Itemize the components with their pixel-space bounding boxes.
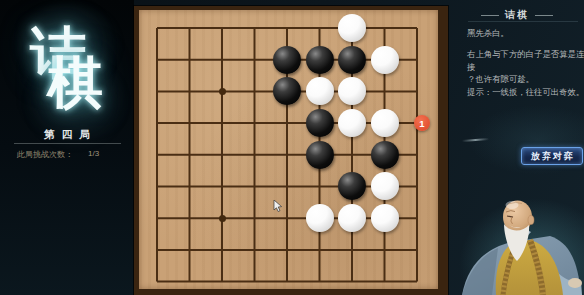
intersection-8-6[interactable] xyxy=(368,171,401,203)
intersection-4-8[interactable] xyxy=(238,234,271,266)
intersection-5-8[interactable] xyxy=(271,234,304,266)
intersection-3-9[interactable] xyxy=(206,266,239,295)
black-stone xyxy=(306,109,334,137)
round-label: 第四局 xyxy=(0,128,134,142)
intersection-3-3[interactable] xyxy=(206,76,239,108)
white-stone xyxy=(306,77,334,105)
intersection-2-1[interactable] xyxy=(173,12,206,44)
intersection-6-1[interactable] xyxy=(303,12,336,44)
white-stone xyxy=(371,46,399,74)
intersection-7-4[interactable] xyxy=(336,107,369,139)
intersection-6-9[interactable] xyxy=(303,266,336,295)
intersection-3-7[interactable] xyxy=(206,202,239,234)
puzzle-description: 黑先杀白。 右上角与下方的白子是否算是连接 ？也许有隙可趁。 提示：一线扳，往往… xyxy=(467,27,584,98)
attempts-label: 此局挑战次数： xyxy=(17,149,73,160)
intersection-7-8[interactable] xyxy=(336,234,369,266)
intersection-5-3[interactable] xyxy=(271,76,304,108)
white-stone xyxy=(371,204,399,232)
intersection-9-9[interactable] xyxy=(401,266,434,295)
puzzle-goal-text: 黑先杀白。 xyxy=(467,27,584,39)
intersection-9-1[interactable] xyxy=(401,12,434,44)
intersection-2-6[interactable] xyxy=(173,171,206,203)
intersection-5-9[interactable] xyxy=(271,266,304,295)
intersection-2-5[interactable] xyxy=(173,139,206,171)
intersection-1-9[interactable] xyxy=(141,266,174,295)
intersection-7-6[interactable] xyxy=(336,171,369,203)
black-stone xyxy=(306,141,334,169)
intersection-2-3[interactable] xyxy=(173,76,206,108)
intersection-9-3[interactable] xyxy=(401,76,434,108)
intersection-1-5[interactable] xyxy=(141,139,174,171)
mouse-cursor xyxy=(273,200,283,212)
panel-title: 诘棋 xyxy=(505,8,529,22)
white-stone xyxy=(338,77,366,105)
attempts-value: 1/3 xyxy=(88,149,99,160)
intersection-6-3[interactable] xyxy=(303,76,336,108)
intersection-5-1[interactable] xyxy=(271,12,304,44)
intersection-9-5[interactable] xyxy=(401,139,434,171)
intersection-3-6[interactable] xyxy=(206,171,239,203)
intersection-8-7[interactable] xyxy=(368,202,401,234)
intersection-5-5[interactable] xyxy=(271,139,304,171)
intersection-3-4[interactable] xyxy=(206,107,239,139)
intersection-2-7[interactable] xyxy=(173,202,206,234)
intersection-4-6[interactable] xyxy=(238,171,271,203)
intersection-9-4[interactable]: 1 xyxy=(401,107,434,139)
intersection-4-4[interactable] xyxy=(238,107,271,139)
intersection-3-5[interactable] xyxy=(206,139,239,171)
star-point xyxy=(219,88,226,95)
intersection-6-5[interactable] xyxy=(303,139,336,171)
black-stone xyxy=(273,77,301,105)
intersection-4-2[interactable] xyxy=(238,44,271,76)
intersection-4-1[interactable] xyxy=(238,12,271,44)
intersection-1-7[interactable] xyxy=(141,202,174,234)
intersection-1-2[interactable] xyxy=(141,44,174,76)
intersection-8-8[interactable] xyxy=(368,234,401,266)
intersection-3-2[interactable] xyxy=(206,44,239,76)
intersection-3-8[interactable] xyxy=(206,234,239,266)
intersection-2-4[interactable] xyxy=(173,107,206,139)
intersection-8-3[interactable] xyxy=(368,76,401,108)
intersection-7-3[interactable] xyxy=(336,76,369,108)
white-stone xyxy=(338,204,366,232)
intersection-1-3[interactable] xyxy=(141,76,174,108)
intersection-4-9[interactable] xyxy=(238,266,271,295)
intersection-7-9[interactable] xyxy=(336,266,369,295)
intersection-6-7[interactable] xyxy=(303,202,336,234)
intersection-1-4[interactable] xyxy=(141,107,174,139)
panel-underline xyxy=(468,21,578,22)
npc-portrait xyxy=(454,185,584,295)
white-stone xyxy=(338,14,366,42)
intersection-4-5[interactable] xyxy=(238,139,271,171)
title-rule-right xyxy=(535,15,553,16)
go-board: 1 xyxy=(134,6,448,295)
intersection-7-7[interactable] xyxy=(336,202,369,234)
intersection-2-9[interactable] xyxy=(173,266,206,295)
calligraphy-char-qi: 棋 xyxy=(47,54,103,110)
divider xyxy=(14,143,121,144)
intersection-8-1[interactable] xyxy=(368,12,401,44)
intersection-7-5[interactable] xyxy=(336,139,369,171)
black-stone xyxy=(338,46,366,74)
white-stone xyxy=(371,172,399,200)
white-stone xyxy=(338,109,366,137)
intersection-7-1[interactable] xyxy=(336,12,369,44)
left-panel: 诘 棋 第四局 此局挑战次数： 1/3 xyxy=(0,0,134,295)
attempts-counter: 此局挑战次数： 1/3 xyxy=(17,149,99,160)
intersection-9-6[interactable] xyxy=(401,171,434,203)
intersection-4-3[interactable] xyxy=(238,76,271,108)
black-stone xyxy=(273,46,301,74)
intersection-8-2[interactable] xyxy=(368,44,401,76)
intersection-1-1[interactable] xyxy=(141,12,174,44)
intersection-6-2[interactable] xyxy=(303,44,336,76)
board-grid: 1 xyxy=(141,12,434,295)
black-stone xyxy=(371,141,399,169)
title-rule-left xyxy=(481,15,499,16)
intersection-9-2[interactable] xyxy=(401,44,434,76)
white-stone xyxy=(306,204,334,232)
intersection-2-2[interactable] xyxy=(173,44,206,76)
intersection-4-7[interactable] xyxy=(238,202,271,234)
move-marker: 1 xyxy=(414,115,430,131)
black-stone xyxy=(338,172,366,200)
puzzle-panel-header: 诘棋 xyxy=(462,9,572,21)
black-stone xyxy=(306,46,334,74)
star-point xyxy=(219,215,226,222)
puzzle-hint-text: ？也许有隙可趁。 xyxy=(467,73,584,85)
intersection-8-4[interactable] xyxy=(368,107,401,139)
intersection-9-7[interactable] xyxy=(401,202,434,234)
intersection-1-8[interactable] xyxy=(141,234,174,266)
intersection-1-6[interactable] xyxy=(141,171,174,203)
intersection-3-1[interactable] xyxy=(206,12,239,44)
intersection-9-8[interactable] xyxy=(401,234,434,266)
puzzle-hint-text: 右上角与下方的白子是否算是连接 xyxy=(467,48,584,73)
intersection-8-9[interactable] xyxy=(368,266,401,295)
intersection-6-6[interactable] xyxy=(303,171,336,203)
intersection-7-2[interactable] xyxy=(336,44,369,76)
intersection-5-4[interactable] xyxy=(271,107,304,139)
intersection-5-2[interactable] xyxy=(271,44,304,76)
intersection-6-8[interactable] xyxy=(303,234,336,266)
puzzle-tip-text: 提示：一线扳，往往可出奇效。 xyxy=(467,86,584,98)
intersection-6-4[interactable] xyxy=(303,107,336,139)
give-up-button[interactable]: 放弃对弈 xyxy=(521,147,583,165)
intersection-2-8[interactable] xyxy=(173,234,206,266)
game-screen: 诘 棋 第四局 此局挑战次数： 1/3 1 诘棋 黑先杀白。 右上角与下方的白子… xyxy=(0,0,584,295)
intersection-8-5[interactable] xyxy=(368,139,401,171)
white-stone xyxy=(371,109,399,137)
intersection-5-6[interactable] xyxy=(271,171,304,203)
